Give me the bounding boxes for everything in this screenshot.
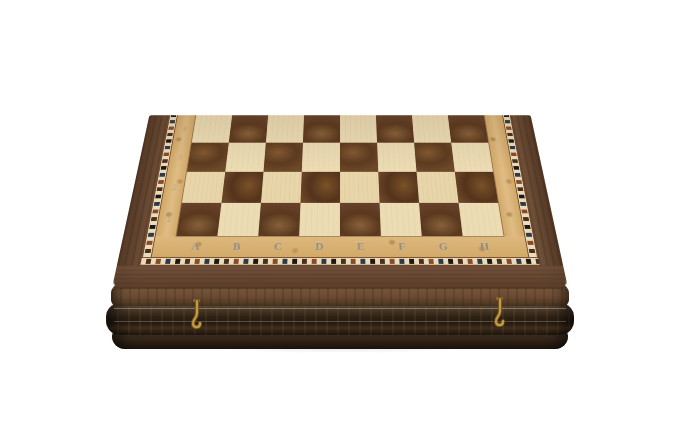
square-b2: [221, 172, 263, 203]
square-d1: [299, 203, 340, 236]
square-b4: [229, 115, 268, 142]
square-f3: [377, 143, 416, 172]
square-b1: [217, 203, 261, 236]
square-a2: [182, 172, 225, 203]
square-b3: [225, 143, 266, 172]
square-f4: [376, 115, 414, 142]
square-d4: [303, 115, 340, 142]
file-label-c: C: [257, 236, 300, 257]
square-g2: [417, 172, 459, 203]
square-e2: [340, 172, 380, 203]
square-c1: [258, 203, 300, 236]
square-g1: [419, 203, 463, 236]
checkerboard: [176, 115, 503, 236]
square-c3: [263, 143, 302, 172]
chess-board-surface: 4321 ABCDEFGH: [112, 115, 568, 288]
square-g3: [414, 143, 455, 172]
mosaic-inlay-front: [140, 257, 539, 265]
square-c4: [266, 115, 304, 142]
square-h1: [459, 203, 504, 236]
square-e1: [340, 203, 381, 236]
file-label-f: F: [381, 236, 424, 257]
square-h2: [455, 172, 498, 203]
file-label-d: D: [298, 236, 340, 257]
file-label-e: E: [340, 236, 382, 257]
product-photo: 4321 ABCDEFGH: [0, 0, 680, 425]
square-e4: [340, 115, 377, 142]
brass-clasp-right: [492, 296, 508, 332]
file-label-a: A: [173, 236, 217, 257]
square-d3: [302, 143, 340, 172]
file-label-h: H: [463, 236, 507, 257]
square-a3: [187, 143, 229, 172]
square-h3: [451, 143, 493, 172]
square-h4: [448, 115, 488, 142]
square-d2: [300, 172, 340, 203]
file-letters-strip: ABCDEFGH: [152, 236, 529, 257]
square-a4: [192, 115, 232, 142]
walnut-frame-front: [112, 266, 568, 288]
square-a1: [176, 203, 221, 236]
square-c2: [261, 172, 302, 203]
square-e3: [340, 143, 378, 172]
file-label-b: B: [215, 236, 258, 257]
file-label-g: G: [422, 236, 465, 257]
square-g4: [412, 115, 451, 142]
square-f1: [380, 203, 422, 236]
brass-clasp-left: [189, 298, 205, 334]
square-f2: [378, 172, 419, 203]
